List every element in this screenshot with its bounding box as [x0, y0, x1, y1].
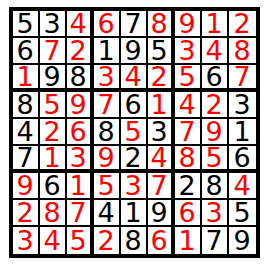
cell-r8c9: 5: [229, 200, 256, 227]
cell-r1c6: 8: [148, 11, 175, 38]
cell-r4c1: 8: [13, 92, 40, 119]
cell-r3c1: 1: [13, 65, 40, 92]
cell-r9c1: 3: [13, 227, 40, 254]
cell-r3c8: 6: [202, 65, 229, 92]
cell-r8c2: 8: [40, 200, 67, 227]
cell-r1c1: 5: [13, 11, 40, 38]
cell-r6c3: 3: [67, 146, 94, 173]
cell-r8c3: 7: [67, 200, 94, 227]
cell-r3c9: 7: [229, 65, 256, 92]
cell-r1c4: 6: [94, 11, 121, 38]
cell-r8c1: 2: [13, 200, 40, 227]
cell-r1c8: 1: [202, 11, 229, 38]
cell-r1c5: 7: [121, 11, 148, 38]
cell-r9c7: 1: [175, 227, 202, 254]
cell-r7c2: 6: [40, 173, 67, 200]
cell-r9c3: 5: [67, 227, 94, 254]
cell-r8c7: 6: [175, 200, 202, 227]
cell-r6c6: 4: [148, 146, 175, 173]
cell-r3c5: 4: [121, 65, 148, 92]
cell-r7c5: 3: [121, 173, 148, 200]
cell-r7c7: 2: [175, 173, 202, 200]
sudoku-page: 5346789126721953481983425678597614234268…: [0, 0, 268, 265]
cell-r8c4: 4: [94, 200, 121, 227]
cell-r6c2: 1: [40, 146, 67, 173]
cell-r4c9: 3: [229, 92, 256, 119]
cell-r7c6: 7: [148, 173, 175, 200]
cell-r3c7: 5: [175, 65, 202, 92]
cell-r6c9: 6: [229, 146, 256, 173]
cell-r7c3: 1: [67, 173, 94, 200]
cell-r6c4: 9: [94, 146, 121, 173]
cell-r4c2: 5: [40, 92, 67, 119]
cell-r3c3: 8: [67, 65, 94, 92]
cell-r9c5: 8: [121, 227, 148, 254]
cell-r6c8: 5: [202, 146, 229, 173]
cell-r4c7: 4: [175, 92, 202, 119]
cell-r9c9: 9: [229, 227, 256, 254]
cell-r8c5: 1: [121, 200, 148, 227]
cell-r7c1: 9: [13, 173, 40, 200]
cell-r7c8: 8: [202, 173, 229, 200]
sudoku-board: 5346789126721953481983425678597614234268…: [9, 7, 260, 258]
cell-r9c2: 4: [40, 227, 67, 254]
cell-r6c5: 2: [121, 146, 148, 173]
cell-r4c3: 9: [67, 92, 94, 119]
cell-r6c7: 8: [175, 146, 202, 173]
cell-r1c9: 2: [229, 11, 256, 38]
cell-r7c9: 4: [229, 173, 256, 200]
cell-r4c4: 7: [94, 92, 121, 119]
cell-r9c8: 7: [202, 227, 229, 254]
cell-r9c6: 6: [148, 227, 175, 254]
cell-r3c6: 2: [148, 65, 175, 92]
cell-r1c7: 9: [175, 11, 202, 38]
cell-r6c1: 7: [13, 146, 40, 173]
cell-r4c8: 2: [202, 92, 229, 119]
cell-r4c6: 1: [148, 92, 175, 119]
cell-r4c5: 6: [121, 92, 148, 119]
cell-r7c4: 5: [94, 173, 121, 200]
cell-r1c2: 3: [40, 11, 67, 38]
cell-r9c4: 2: [94, 227, 121, 254]
cell-r8c8: 3: [202, 200, 229, 227]
cell-r8c6: 9: [148, 200, 175, 227]
cell-r3c4: 3: [94, 65, 121, 92]
cell-r3c2: 9: [40, 65, 67, 92]
cell-r1c3: 4: [67, 11, 94, 38]
